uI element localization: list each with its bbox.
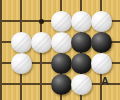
white-stone[interactable] [51, 11, 72, 32]
white-stone[interactable] [11, 32, 32, 53]
white-stone[interactable] [51, 32, 72, 53]
white-stone[interactable] [71, 11, 92, 32]
black-stone[interactable] [71, 32, 92, 53]
black-stone[interactable] [51, 53, 72, 74]
white-stone[interactable] [11, 53, 32, 74]
white-stone[interactable] [91, 53, 112, 74]
point-label-a[interactable]: A [101, 76, 109, 87]
grid-line-vertical [0, 0, 2, 100]
white-stone[interactable] [71, 74, 92, 95]
white-stone[interactable] [91, 11, 112, 32]
star-point [39, 19, 44, 24]
white-stone[interactable] [31, 32, 52, 53]
black-stone[interactable] [91, 32, 112, 53]
black-stone[interactable] [71, 53, 92, 74]
go-board[interactable]: A [0, 0, 120, 100]
black-stone[interactable] [51, 74, 72, 95]
